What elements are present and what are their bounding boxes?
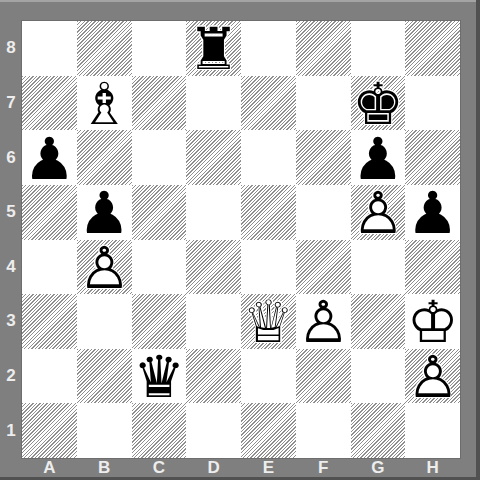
rank-label-3: 3 [0,294,22,349]
square-h8[interactable] [405,21,460,76]
rank-label-8: 8 [0,21,22,76]
square-d6[interactable] [186,130,241,185]
square-b5[interactable]: ♟ [77,185,132,240]
square-c1[interactable] [132,403,187,458]
file-label-e: E [241,457,296,478]
rank-label-2: 2 [0,349,22,404]
square-h3[interactable]: ♚♔ [405,294,460,349]
rank-labels: 87654321 [0,21,22,458]
file-labels: ABCDEFGH [22,457,460,478]
white-queen-outline-glyph: ♕ [241,295,296,349]
square-c2[interactable]: ♛ [132,349,187,404]
piece-white-queen-e3[interactable]: ♛♕ [241,294,296,349]
rank-label-4: 4 [0,240,22,295]
square-b1[interactable] [77,403,132,458]
rank-label-5: 5 [0,185,22,240]
square-c8[interactable] [132,21,187,76]
square-c6[interactable] [132,130,187,185]
white-pawn-outline-glyph: ♙ [296,295,351,349]
square-b6[interactable] [77,130,132,185]
frame-bevel-right [476,0,480,480]
square-a1[interactable] [22,403,77,458]
piece-black-king-g7[interactable]: ♚ [351,76,406,131]
square-e2[interactable] [241,349,296,404]
square-h7[interactable] [405,76,460,131]
square-g4[interactable] [351,240,406,295]
square-f4[interactable] [296,240,351,295]
square-f3[interactable]: ♟♙ [296,294,351,349]
square-g8[interactable] [351,21,406,76]
square-e8[interactable] [241,21,296,76]
board: ♜♝♗♚♟♟♟♟♙♟♟♙♛♕♟♙♚♔♛♟♙ [22,21,460,458]
piece-white-bishop-b7[interactable]: ♝♗ [77,76,132,131]
piece-black-pawn-b5[interactable]: ♟ [77,185,132,240]
square-g5[interactable]: ♟♙ [351,185,406,240]
piece-white-king-h3[interactable]: ♚♔ [405,294,460,349]
rank-label-1: 1 [0,403,22,458]
black-pawn-fill-glyph: ♟ [405,186,460,240]
file-label-a: A [22,457,77,478]
square-a5[interactable] [22,185,77,240]
piece-white-pawn-b4[interactable]: ♟♙ [77,240,132,295]
square-d7[interactable] [186,76,241,131]
square-g3[interactable] [351,294,406,349]
white-pawn-outline-glyph: ♙ [351,186,406,240]
square-d3[interactable] [186,294,241,349]
square-e1[interactable] [241,403,296,458]
square-a4[interactable] [22,240,77,295]
rank-label-6: 6 [0,130,22,185]
piece-black-pawn-a6[interactable]: ♟ [22,130,77,185]
file-label-f: F [296,457,351,478]
square-g7[interactable]: ♚ [351,76,406,131]
file-label-d: D [186,457,241,478]
square-h4[interactable] [405,240,460,295]
square-e4[interactable] [241,240,296,295]
piece-white-pawn-f3[interactable]: ♟♙ [296,294,351,349]
square-e6[interactable] [241,130,296,185]
square-g2[interactable] [351,349,406,404]
square-g6[interactable]: ♟ [351,130,406,185]
piece-black-pawn-g6[interactable]: ♟ [351,130,406,185]
rank-label-7: 7 [0,76,22,131]
square-c5[interactable] [132,185,187,240]
white-pawn-outline-glyph: ♙ [405,350,460,404]
square-e3[interactable]: ♛♕ [241,294,296,349]
square-a2[interactable] [22,349,77,404]
white-king-outline-glyph: ♔ [405,295,460,349]
square-d1[interactable] [186,403,241,458]
square-c7[interactable] [132,76,187,131]
square-f5[interactable] [296,185,351,240]
square-h5[interactable]: ♟ [405,185,460,240]
black-queen-fill-glyph: ♛ [132,350,187,404]
piece-black-rook-d8[interactable]: ♜ [186,21,241,76]
square-a7[interactable] [22,76,77,131]
square-a8[interactable] [22,21,77,76]
square-b8[interactable] [77,21,132,76]
square-b2[interactable] [77,349,132,404]
piece-black-queen-c2[interactable]: ♛ [132,349,187,404]
square-h1[interactable] [405,403,460,458]
piece-black-pawn-h5[interactable]: ♟ [405,185,460,240]
black-pawn-fill-glyph: ♟ [351,131,406,185]
square-a6[interactable]: ♟ [22,130,77,185]
piece-white-pawn-g5[interactable]: ♟♙ [351,185,406,240]
file-label-b: B [77,457,132,478]
file-label-c: C [132,457,187,478]
square-f2[interactable] [296,349,351,404]
square-g1[interactable] [351,403,406,458]
square-d8[interactable]: ♜ [186,21,241,76]
square-h2[interactable]: ♟♙ [405,349,460,404]
square-c4[interactable] [132,240,187,295]
square-f1[interactable] [296,403,351,458]
square-e5[interactable] [241,185,296,240]
square-a3[interactable] [22,294,77,349]
chess-diagram: 87654321 ♜♝♗♚♟♟♟♟♙♟♟♙♛♕♟♙♚♔♛♟♙ ABCDEFGH [0,0,480,480]
black-king-fill-glyph: ♚ [351,77,406,131]
square-f8[interactable] [296,21,351,76]
square-d5[interactable] [186,185,241,240]
square-h6[interactable] [405,130,460,185]
black-rook-fill-glyph: ♜ [186,22,241,76]
square-d2[interactable] [186,349,241,404]
black-pawn-fill-glyph: ♟ [22,131,77,185]
square-c3[interactable] [132,294,187,349]
square-f7[interactable] [296,76,351,131]
square-b7[interactable]: ♝♗ [77,76,132,131]
white-pawn-outline-glyph: ♙ [77,241,132,295]
frame-bevel-top [0,0,480,2]
square-b4[interactable]: ♟♙ [77,240,132,295]
file-label-h: H [405,457,460,478]
file-label-g: G [351,457,406,478]
white-bishop-outline-glyph: ♗ [77,77,132,131]
piece-white-pawn-h2[interactable]: ♟♙ [405,349,460,404]
square-d4[interactable] [186,240,241,295]
black-pawn-fill-glyph: ♟ [77,186,132,240]
square-b3[interactable] [77,294,132,349]
square-e7[interactable] [241,76,296,131]
square-f6[interactable] [296,130,351,185]
